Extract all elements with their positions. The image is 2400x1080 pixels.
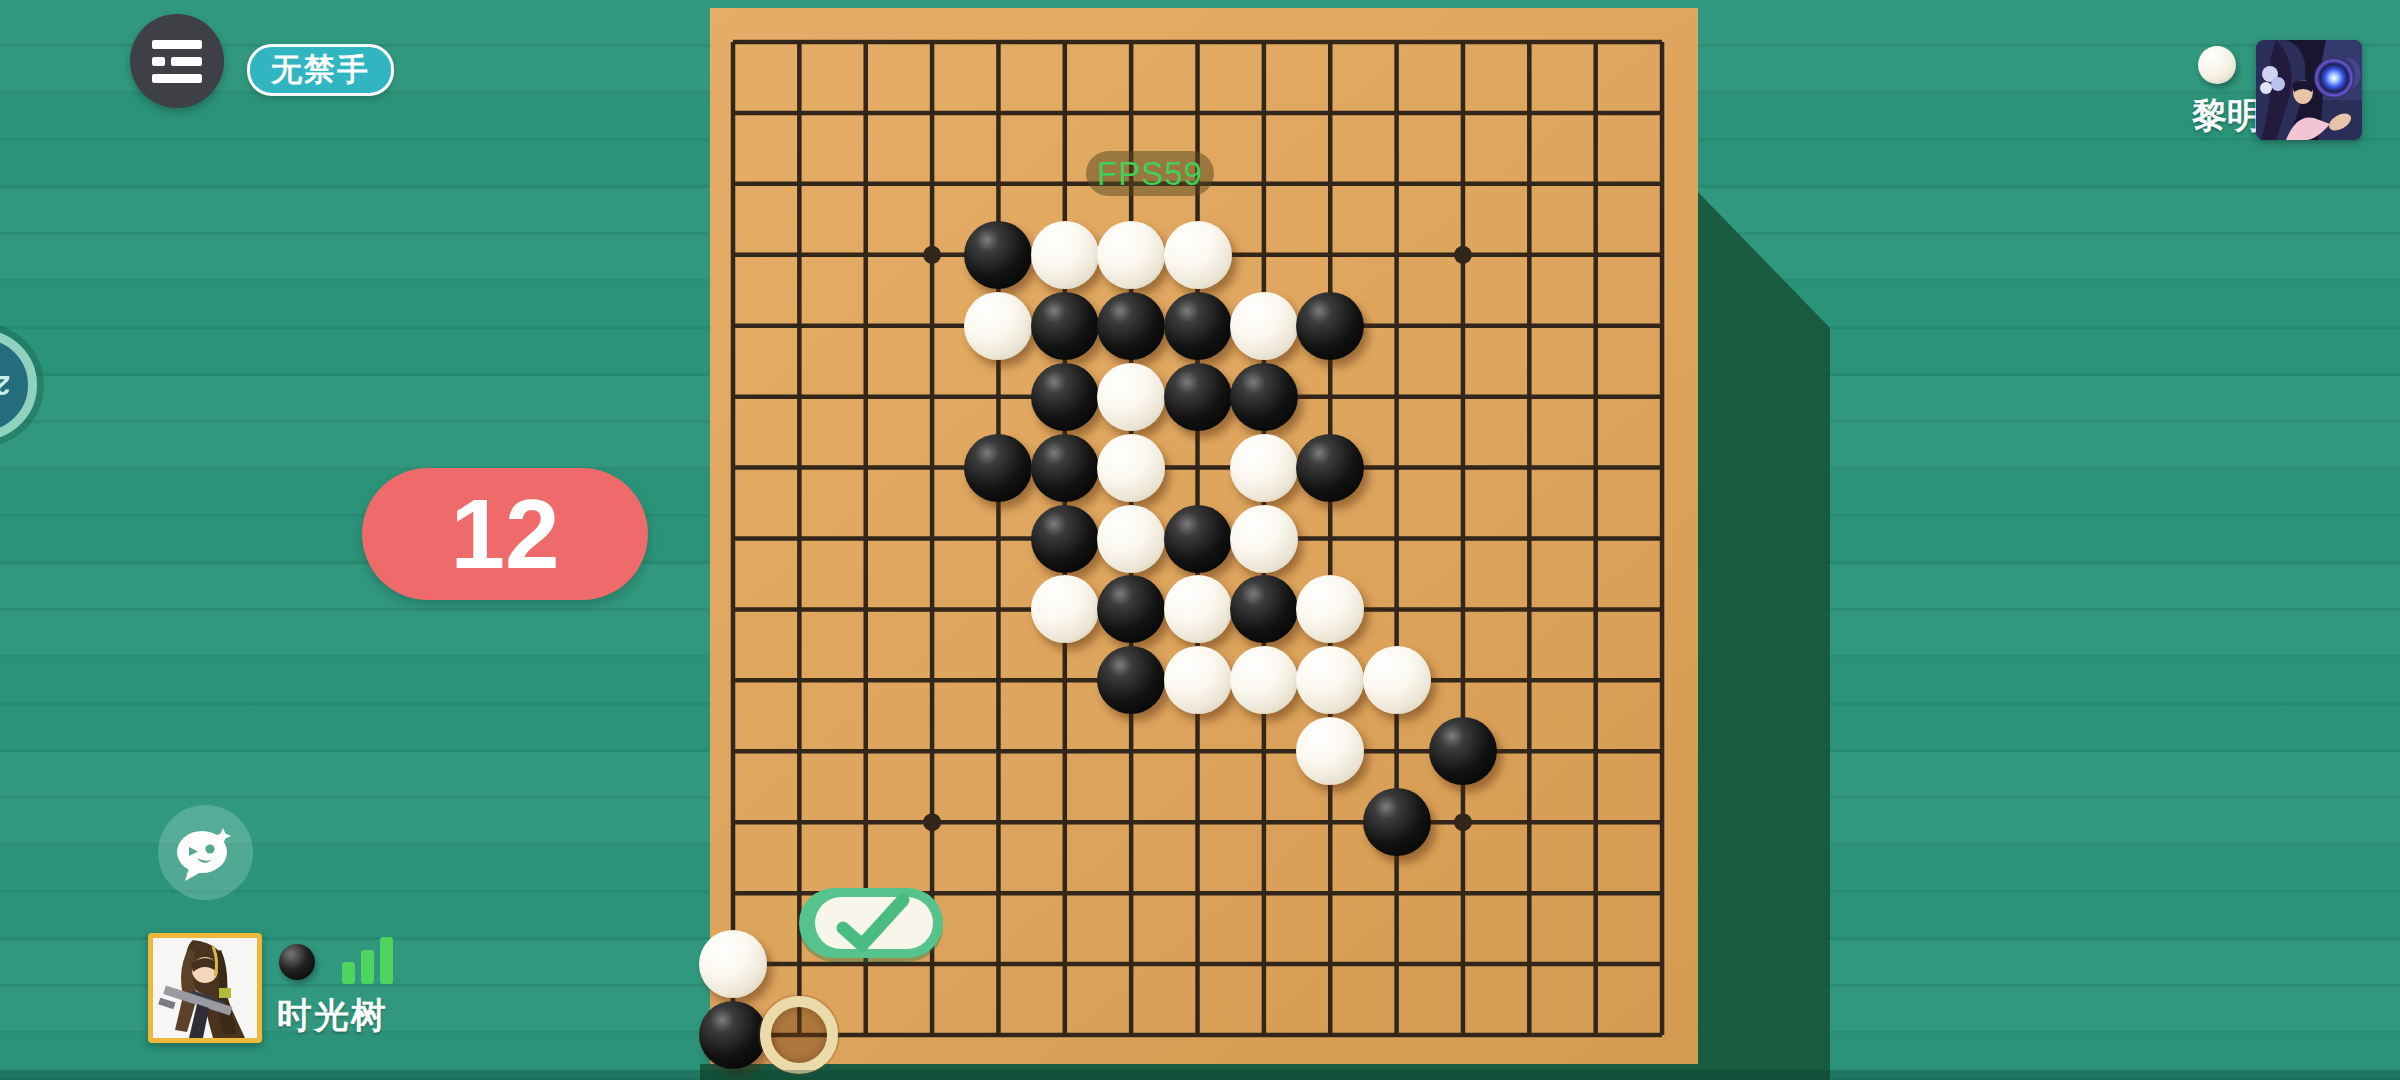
chat-button[interactable] [158,805,253,900]
star-point [923,813,941,831]
green-checkmark-icon [799,888,943,958]
chat-emoji-icon [175,824,237,882]
player-top-avatar[interactable] [2256,40,2362,140]
player-top-name: 黎明 [2150,92,2262,139]
avatar-art-bottom [153,938,257,1038]
star-point [1454,246,1472,264]
avatar-art-top [2256,40,2362,140]
black-stone-indicator [279,944,315,980]
white-stone-indicator [2198,46,2236,84]
rule-badge-label: 无禁手 [271,49,370,91]
player-bottom-name: 时光树 [277,992,388,1039]
player-bottom-avatar[interactable] [148,933,262,1043]
game-screen: 22 FPS59 无禁手 12 [0,0,2400,1080]
confirm-move-button[interactable] [799,888,943,958]
star-point [1189,530,1207,548]
menu-button[interactable] [130,14,224,108]
fps-value: FPS59 [1097,155,1203,193]
pending-move-marker[interactable] [760,996,838,1074]
star-point [1454,813,1472,831]
hamburger-menu-icon [152,40,202,83]
signal-strength-icon [342,936,398,984]
bottom-vignette [0,1070,2400,1080]
rule-badge: 无禁手 [247,44,394,96]
move-timer: 12 [362,468,648,600]
side-timer-value: 22 [0,369,11,401]
fps-counter: FPS59 [1086,151,1214,196]
move-timer-value: 12 [450,478,559,591]
star-point [923,246,941,264]
